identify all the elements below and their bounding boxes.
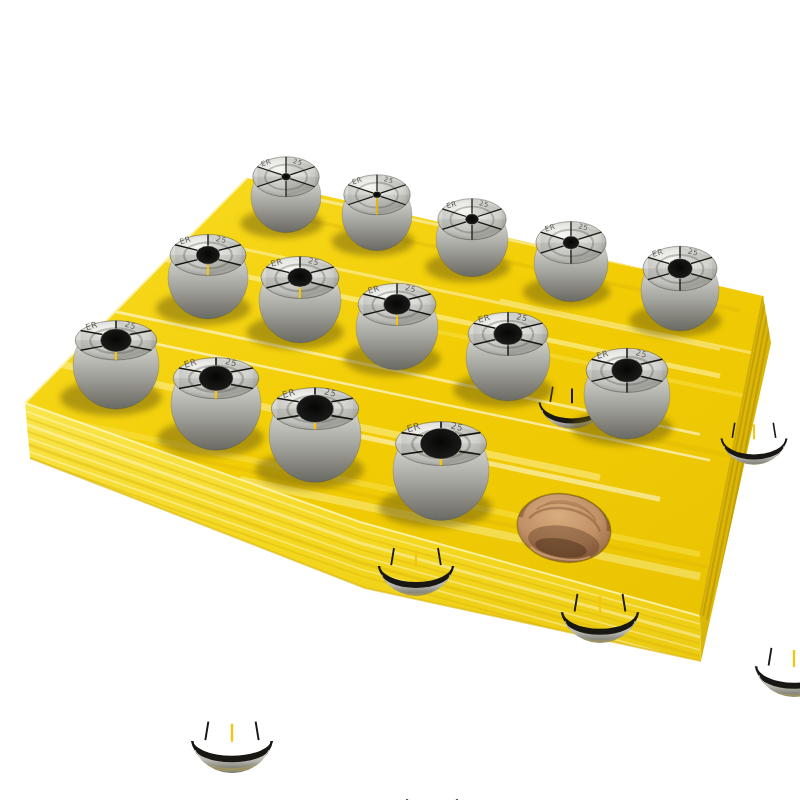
collet-bands [190,722,274,779]
collet-bore [199,366,233,391]
collet-side-slit [773,423,775,438]
collet-bore [383,294,410,315]
collet-bore [493,323,522,345]
collet-bore [563,236,580,249]
collet-bore [373,191,381,198]
collet-bore [288,268,313,287]
collet-bore [668,259,693,279]
collet-bore [196,246,220,264]
collet-bands-wrap [190,722,274,779]
collet-side-slit [769,648,772,666]
collet-bore [465,214,479,225]
collet-bore [296,395,333,423]
collet-bore [420,428,462,459]
collet-bore [100,329,131,352]
collet-bore [281,173,290,180]
collet-groove-ring [754,666,800,686]
photo-stage: ER25ER25ER25ER25ER25ER25ER25ER25ER25ER25… [0,0,800,800]
collet-bore [611,358,642,382]
collet-bands [754,648,800,705]
collet-side-slit [205,722,208,740]
collet-side-slit [256,722,259,740]
collet-set-photo: ER25ER25ER25ER25ER25ER25ER25ER25ER25ER25… [0,0,800,800]
collet-bands-wrap [754,648,800,705]
collet-bands-local [754,648,800,705]
collet-bands-local [190,722,274,779]
